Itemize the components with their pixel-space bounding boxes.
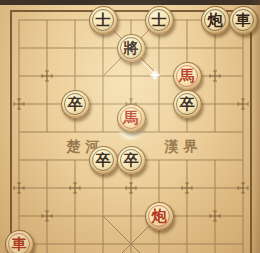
xiangqi-board[interactable]: 楚河 漢界 士士炮車將馬卒卒馬卒卒炮車 <box>0 0 260 253</box>
piece-black-pawn-e5[interactable]: 卒 <box>117 146 146 175</box>
piece-glyph: 卒 <box>96 152 111 167</box>
piece-red-horse-g8[interactable]: 馬 <box>173 62 202 91</box>
piece-black-pawn-c7[interactable]: 卒 <box>61 90 90 119</box>
piece-glyph: 馬 <box>180 68 195 83</box>
piece-glyph: 馬 <box>124 110 139 125</box>
piece-black-advisor-f10[interactable]: 士 <box>145 6 174 35</box>
piece-glyph: 卒 <box>68 96 83 111</box>
piece-glyph: 炮 <box>152 208 167 223</box>
piece-black-general-e9[interactable]: 將 <box>117 34 146 63</box>
piece-black-cannon-h10[interactable]: 炮 <box>201 6 230 35</box>
piece-red-cannon-f3[interactable]: 炮 <box>145 202 174 231</box>
piece-red-chariot-a2[interactable]: 車 <box>5 230 34 253</box>
piece-glyph: 車 <box>12 236 27 251</box>
piece-glyph: 炮 <box>208 12 223 27</box>
piece-glyph: 士 <box>152 12 167 27</box>
piece-black-pawn-d5[interactable]: 卒 <box>89 146 118 175</box>
piece-glyph: 卒 <box>180 96 195 111</box>
piece-glyph: 車 <box>236 12 251 27</box>
piece-black-chariot-i10[interactable]: 車 <box>229 6 258 35</box>
piece-glyph: 將 <box>124 40 139 55</box>
piece-grid[interactable]: 士士炮車將馬卒卒馬卒卒炮車 <box>5 6 257 253</box>
piece-black-pawn-g7[interactable]: 卒 <box>173 90 202 119</box>
piece-black-advisor-d10[interactable]: 士 <box>89 6 118 35</box>
piece-glyph: 卒 <box>124 152 139 167</box>
piece-glyph: 士 <box>96 12 111 27</box>
piece-red-horse-e6[interactable]: 馬 <box>117 104 146 133</box>
